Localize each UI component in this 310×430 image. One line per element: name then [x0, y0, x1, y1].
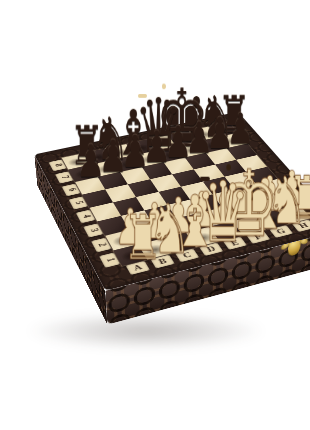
white-rook: ♜: [123, 207, 142, 268]
chess-scene: 87654321 ABCDEFGH ♜♞♝♛♚♝♞♜♟♟♟♟♟♟♟♟♟♟♟♟♟♟…: [0, 0, 310, 430]
product-photo-canvas: 87654321 ABCDEFGH ♜♞♝♛♚♝♞♜♟♟♟♟♟♟♟♟♟♟♟♟♟♟…: [0, 0, 310, 430]
chess-board: 87654321 ABCDEFGH ♜♞♝♛♚♝♞♜♟♟♟♟♟♟♟♟♟♟♟♟♟♟…: [34, 112, 310, 291]
black-pawn: ♟: [76, 138, 93, 183]
